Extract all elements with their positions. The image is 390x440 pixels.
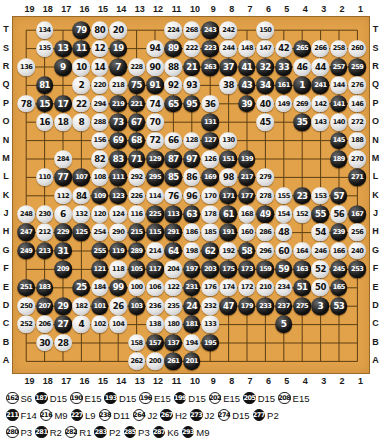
right-row-labels: TSRQPONMLKJHGFEDCBA: [370, 16, 382, 374]
stone-white-260-S1: 260: [348, 40, 366, 58]
board-point-N14: 69: [109, 131, 127, 149]
board-point-R5: 33: [274, 58, 292, 76]
stone-white-240-G1: 240: [348, 242, 366, 260]
board-point-F6: 159: [256, 260, 274, 278]
board-point-P6: 40: [256, 95, 274, 113]
board-point-N4: [293, 131, 311, 149]
board-point-B16: [72, 334, 90, 352]
stone-black-115-H12: 115: [146, 224, 164, 242]
stone-black-239-H2: 239: [330, 224, 348, 242]
stone-white-50-E3: 50: [312, 279, 330, 297]
stone-black-151-M8: 151: [220, 150, 238, 168]
stone-white-134-T18: 134: [36, 21, 54, 39]
stone-black-19-S14: 19: [109, 40, 127, 58]
stone-black-85-L11: 85: [165, 169, 183, 187]
go-kifu-diagram: 19181716151413121110987654321 TSRQPONMLK…: [0, 0, 390, 440]
board-point-F1: 253: [348, 260, 366, 278]
caption-line-3: 280P3281R2282R1283P2285P3287K6293M9: [6, 424, 388, 440]
stone-white-294-P15: 294: [91, 95, 109, 113]
board-point-F4: 163: [293, 260, 311, 278]
board-point-E17: [54, 278, 72, 296]
board-point-A9: [201, 352, 219, 370]
stone-white-164-G4: 164: [293, 242, 311, 260]
board-point-D11: 235: [164, 297, 182, 315]
stone-white-118-F14: 118: [109, 260, 127, 278]
caption-point-S6: S6: [21, 393, 33, 404]
board-point-Q12: 91: [146, 76, 164, 94]
board-point-N6: [256, 131, 274, 149]
stone-white-54-H3: 54: [312, 224, 330, 242]
board-point-K8: 171: [219, 187, 237, 205]
stone-white-72-N12: 72: [146, 132, 164, 150]
board-point-K2: 57: [330, 187, 348, 205]
board-point-O8: [219, 113, 237, 131]
stone-black-65-P11: 65: [165, 95, 183, 113]
stone-black-203-F9: 203: [201, 260, 219, 278]
row-label-R: R: [370, 57, 382, 75]
board-point-D16: 182: [72, 297, 90, 315]
stone-white-272-O1: 272: [348, 113, 366, 131]
stone-black-295-L12: 295: [146, 169, 164, 187]
stone-black-249-G19: 249: [17, 242, 35, 260]
board-point-M15: 82: [91, 150, 109, 168]
stone-white-10-R16: 10: [73, 58, 91, 76]
board-point-T10: 268: [183, 21, 201, 39]
board-point-M10: 97: [183, 150, 201, 168]
stone-black-62-G9: 62: [201, 242, 219, 260]
stone-black-163-F4: 163: [293, 260, 311, 278]
board-point-C15: 102: [91, 315, 109, 333]
board-point-F16: [72, 260, 90, 278]
board-point-G8: 192: [219, 242, 237, 260]
stone-white-185-H9: 185: [201, 224, 219, 242]
row-label-N: N: [370, 130, 382, 148]
caption-move-277: 277P2: [253, 409, 279, 422]
stone-white-278-K6: 278: [256, 187, 274, 205]
stone-white-236-D12: 236: [146, 297, 164, 315]
board-point-S3: 266: [311, 39, 329, 57]
stone-white-186-H10: 186: [183, 224, 201, 242]
row-label-N: N: [0, 130, 12, 148]
move-caption: 162S6187D15190E15193D15196E15199D15202E1…: [0, 388, 390, 440]
stone-black-111-L14: 111: [109, 169, 127, 187]
board-point-A12: 200: [146, 352, 164, 370]
stone-black-225-J12: 225: [146, 205, 164, 223]
board-point-H18: 212: [35, 223, 53, 241]
board-point-M19: [17, 150, 35, 168]
board-point-D1: [348, 297, 366, 315]
board-point-S15: 12: [91, 39, 109, 57]
board-point-B4: [293, 334, 311, 352]
board-point-D4: 275: [293, 297, 311, 315]
board-point-R1: 259: [348, 58, 366, 76]
stone-black-289-G13: 289: [128, 242, 146, 260]
board-point-J16: 132: [72, 205, 90, 223]
board-point-J17: 6: [54, 205, 72, 223]
board-point-E2: 165: [330, 278, 348, 296]
stone-white-106-E12: 106: [146, 279, 164, 297]
board-point-M17: 284: [54, 150, 72, 168]
board-point-M4: [293, 150, 311, 168]
stone-white-122-E11: 122: [165, 279, 183, 297]
stone-white-20-T14: 20: [109, 21, 127, 39]
stone-black-243-T9: 243: [201, 21, 219, 39]
caption-point-F14: F14: [21, 410, 37, 421]
board-point-T16: 79: [72, 21, 90, 39]
caption-stone-black-273: 273: [190, 409, 203, 422]
caption-point-E15: E15: [154, 393, 171, 404]
board-point-O1: 272: [348, 113, 366, 131]
column-label-16: 16: [75, 3, 93, 16]
board-point-O12: 70: [146, 113, 164, 131]
stone-black-123-K14: 123: [109, 187, 127, 205]
board-point-T8: 242: [219, 21, 237, 39]
stone-white-268-T10: 268: [183, 21, 201, 39]
row-label-E: E: [0, 277, 12, 295]
board-point-B11: 137: [164, 334, 182, 352]
board-point-A16: [72, 352, 90, 370]
stone-white-90-R12: 90: [146, 58, 164, 76]
board-point-G19: 249: [17, 242, 35, 260]
stone-white-46-R4: 46: [293, 58, 311, 76]
board-point-H1: 256: [348, 223, 366, 241]
stone-black-259-R1: 259: [348, 58, 366, 76]
caption-stone-white-274: 274: [218, 409, 231, 422]
stone-black-261-A11: 261: [165, 352, 183, 370]
column-label-13: 13: [131, 374, 149, 388]
stone-black-73-O14: 73: [109, 113, 127, 131]
board-point-E3: 50: [311, 278, 329, 296]
column-label-3: 3: [314, 374, 332, 388]
board-point-G15: 255: [91, 242, 109, 260]
stone-white-16-O18: 16: [36, 113, 54, 131]
column-label-4: 4: [296, 3, 314, 16]
stone-black-231-E10: 231: [183, 279, 201, 297]
stone-black-83-M14: 83: [109, 150, 127, 168]
row-label-J: J: [370, 204, 382, 222]
board-point-Q18: 81: [35, 76, 53, 94]
board-point-F12: 117: [146, 260, 164, 278]
board-point-H13: 215: [127, 223, 145, 241]
board-point-E14: 99: [109, 278, 127, 296]
column-label-8: 8: [222, 3, 240, 16]
board-point-N11: 66: [164, 131, 182, 149]
board-point-L3: [311, 168, 329, 186]
board-point-P7: 39: [238, 95, 256, 113]
caption-point-D15: D15: [119, 393, 136, 404]
caption-line-1: 162S6187D15190E15193D15196E15199D15202E1…: [6, 390, 388, 407]
board-point-L1: 271: [348, 168, 366, 186]
caption-stone-white-196: 196: [139, 392, 152, 405]
stone-black-131-O9: 131: [201, 113, 219, 131]
stone-black-81-Q18: 81: [36, 77, 54, 95]
stone-black-129-M12: 129: [146, 150, 164, 168]
board-point-A17: [54, 352, 72, 370]
board-point-M3: [311, 150, 329, 168]
stone-white-262-A13: 262: [128, 352, 146, 370]
column-label-9: 9: [204, 374, 222, 388]
caption-point-M9: M9: [196, 427, 209, 438]
board-point-K6: 278: [256, 187, 274, 205]
stone-white-66-N11: 66: [165, 132, 183, 150]
caption-stone-white-162: 162: [6, 392, 19, 405]
column-label-15: 15: [94, 3, 112, 16]
board-point-J2: 56: [330, 205, 348, 223]
stone-white-200-A12: 200: [146, 352, 164, 370]
caption-stone-white-280: 280: [6, 426, 19, 439]
caption-stone-black-277: 277: [253, 409, 266, 422]
board-point-F17: 209: [54, 260, 72, 278]
caption-move-280: 280P3: [6, 426, 32, 439]
board-point-L10: 86: [183, 168, 201, 186]
stone-black-257-R2: 257: [330, 58, 348, 76]
caption-move-238: 238D11: [99, 409, 130, 422]
board-point-H2: 239: [330, 223, 348, 241]
stone-white-82-M15: 82: [91, 150, 109, 168]
board-point-R17: 9: [54, 58, 72, 76]
column-label-12: 12: [149, 374, 167, 388]
stone-white-180-C11: 180: [165, 316, 183, 334]
stone-black-61-J8: 61: [220, 205, 238, 223]
board-point-R18: [35, 58, 53, 76]
column-label-14: 14: [112, 374, 130, 388]
board-point-K10: 96: [183, 187, 201, 205]
board-point-D10: 24: [183, 297, 201, 315]
stone-white-235-D11: 235: [165, 297, 183, 315]
board-point-D13: 103: [127, 297, 145, 315]
column-label-14: 14: [112, 3, 130, 16]
stone-black-87-M11: 87: [165, 150, 183, 168]
stone-white-296-G6: 296: [256, 242, 274, 260]
stone-black-57-K2: 57: [330, 187, 348, 205]
caption-stone-white-238: 238: [99, 409, 112, 422]
board-point-S18: 135: [35, 39, 53, 57]
stone-white-152-J4: 152: [293, 205, 311, 223]
board-point-F9: 203: [201, 260, 219, 278]
stone-white-104-C14: 104: [109, 316, 127, 334]
board-point-E6: 210: [256, 278, 274, 296]
stone-white-182-D16: 182: [73, 297, 91, 315]
board-point-R11: 88: [164, 58, 182, 76]
stone-white-154-J5: 154: [275, 205, 293, 223]
stone-white-184-E15: 184: [91, 279, 109, 297]
stone-white-192-G8: 192: [220, 242, 238, 260]
board-point-D7: 179: [238, 297, 256, 315]
caption-move-287: 287K6: [153, 426, 179, 439]
column-label-7: 7: [241, 3, 259, 16]
stone-black-255-G15: 255: [91, 242, 109, 260]
column-label-8: 8: [222, 374, 240, 388]
stone-black-125-H16: 125: [73, 224, 91, 242]
board-point-B10: 194: [183, 334, 201, 352]
board-point-C6: [256, 315, 274, 333]
board-point-M7: 139: [238, 150, 256, 168]
stone-black-191-H8: 191: [220, 224, 238, 242]
row-label-P: P: [370, 94, 382, 112]
stone-white-288-O15: 288: [91, 113, 109, 131]
stone-black-197-F10: 197: [183, 260, 201, 278]
stone-black-189-M2: 189: [330, 150, 348, 168]
stone-white-52-F3: 52: [312, 260, 330, 278]
stone-white-160-H7: 160: [238, 224, 256, 242]
board-point-O17: 18: [54, 113, 72, 131]
board-point-J15: 120: [91, 205, 109, 223]
stone-black-105-F13: 105: [128, 260, 146, 278]
stone-white-212-H18: 212: [36, 224, 54, 242]
board-point-A19: [17, 352, 35, 370]
caption-move-216: 216M9: [40, 409, 68, 422]
board-point-F2: 245: [330, 260, 348, 278]
board-point-R12: 90: [146, 58, 164, 76]
board-point-T19: [17, 21, 35, 39]
board-point-R9: 263: [201, 58, 219, 76]
stone-black-31-G17: 31: [54, 242, 72, 260]
board-point-R3: 44: [311, 58, 329, 76]
stone-black-68-N13: 68: [128, 132, 146, 150]
stone-black-221-P13: 221: [128, 95, 146, 113]
caption-point-H2: H2: [175, 410, 187, 421]
stone-black-95-P10: 95: [183, 95, 201, 113]
bottom-coordinates: 19181716151413121110987654321: [20, 374, 370, 388]
board-point-C8: [219, 315, 237, 333]
stone-white-168-J7: 168: [238, 205, 256, 223]
board-point-S7: 148: [238, 39, 256, 57]
column-label-6: 6: [259, 374, 277, 388]
board-point-T15: 80: [91, 21, 109, 39]
stone-white-30-B18: 30: [36, 334, 54, 352]
board-point-N7: [238, 131, 256, 149]
board-point-Q3: 241: [311, 76, 329, 94]
board-point-O19: [17, 113, 35, 131]
stone-white-36-P9: 36: [201, 95, 219, 113]
column-label-17: 17: [57, 3, 75, 16]
column-label-2: 2: [333, 374, 351, 388]
row-label-Q: Q: [0, 75, 12, 93]
stone-black-247-H19: 247: [17, 224, 35, 242]
stone-black-271-L1: 271: [348, 169, 366, 187]
stone-white-143-O3: 143: [312, 113, 330, 131]
column-label-18: 18: [39, 3, 57, 16]
board-point-G1: 240: [348, 242, 366, 260]
stone-black-71-M13: 71: [128, 150, 146, 168]
stone-white-292-L13: 292: [128, 169, 146, 187]
board-point-M1: 270: [348, 150, 366, 168]
row-label-R: R: [0, 57, 12, 75]
board-point-P18: 15: [35, 95, 53, 113]
board-point-L15: 108: [91, 168, 109, 186]
board-point-F10: 197: [183, 260, 201, 278]
board-point-F18: [35, 260, 53, 278]
board-point-P17: 17: [54, 95, 72, 113]
stone-white-178-J9: 178: [201, 205, 219, 223]
board-point-P11: 65: [164, 95, 182, 113]
stone-white-250-D19: 250: [17, 297, 35, 315]
caption-move-208: 208E15: [278, 392, 309, 405]
caption-move-267: 267H2: [160, 409, 187, 422]
stone-white-42-S5: 42: [275, 40, 293, 58]
board-point-D19: 250: [17, 297, 35, 315]
board-point-C11: 180: [164, 315, 182, 333]
board-point-P16: 22: [72, 95, 90, 113]
board-point-M5: [274, 150, 292, 168]
board-point-Q6: 34: [256, 76, 274, 94]
caption-move-293: 293M9: [182, 426, 210, 439]
board-point-E12: 106: [146, 278, 164, 296]
stone-black-181-C10: 181: [183, 316, 201, 334]
column-label-1: 1: [351, 374, 369, 388]
caption-move-281: 281R2: [35, 426, 62, 439]
caption-point-D11: D11: [113, 410, 130, 421]
stone-black-179-D7: 179: [238, 297, 256, 315]
stone-white-80-T15: 80: [91, 21, 109, 39]
board-point-K14: 123: [109, 187, 127, 205]
caption-point-P3: P3: [21, 427, 33, 438]
board-point-G13: 289: [127, 242, 145, 260]
stone-black-137-B11: 137: [165, 334, 183, 352]
board-point-C7: [238, 315, 256, 333]
row-label-B: B: [0, 333, 12, 351]
board-point-R4: 46: [293, 58, 311, 76]
board-point-B1: [348, 334, 366, 352]
stone-white-172-E7: 172: [238, 279, 256, 297]
board-point-G11: 64: [164, 242, 182, 260]
column-label-10: 10: [186, 3, 204, 16]
caption-line-2: 211F14216M9227L9238D11264J2267H2273J2274…: [6, 407, 388, 424]
board-point-P14: 219: [109, 95, 127, 113]
board-point-Q13: 75: [127, 76, 145, 94]
stone-black-103-D13: 103: [128, 297, 146, 315]
stone-white-222-S10: 222: [183, 40, 201, 58]
board-point-O11: [164, 113, 182, 131]
stone-white-224-T11: 224: [165, 21, 183, 39]
stone-black-117-F12: 117: [146, 260, 164, 278]
column-label-18: 18: [39, 374, 57, 388]
board-point-J13: 116: [127, 205, 145, 223]
board-point-M14: 83: [109, 150, 127, 168]
row-label-L: L: [370, 167, 382, 185]
board-point-P8: [219, 95, 237, 113]
board-point-G18: 213: [35, 242, 53, 260]
board-point-B9: 195: [201, 334, 219, 352]
board-point-R19: 136: [17, 58, 35, 76]
stone-white-174-E8: 174: [220, 279, 238, 297]
stone-white-132-J16: 132: [73, 205, 91, 223]
stone-white-112-K17: 112: [54, 187, 72, 205]
stone-white-12-S15: 12: [91, 40, 109, 58]
stone-black-217-L7: 217: [238, 169, 256, 187]
board-point-F7: 173: [238, 260, 256, 278]
row-label-M: M: [0, 149, 12, 167]
stone-white-149-P5: 149: [275, 95, 293, 113]
stone-black-33-R5: 33: [275, 58, 293, 76]
stone-white-88-R11: 88: [165, 58, 183, 76]
board-point-H5: 48: [274, 223, 292, 241]
board-point-H6: 286: [256, 223, 274, 241]
caption-stone-black-283: 283: [94, 426, 107, 439]
board-point-O15: 288: [91, 113, 109, 131]
stone-white-284-M17: 284: [54, 150, 72, 168]
stone-black-47-D8: 47: [220, 297, 238, 315]
board-point-J3: 55: [311, 205, 329, 223]
caption-point-E15: E15: [223, 393, 240, 404]
row-label-K: K: [0, 186, 12, 204]
board-point-F5: 59: [274, 260, 292, 278]
board-point-L17: 77: [54, 168, 72, 186]
stone-white-147-S6: 147: [256, 40, 274, 58]
column-label-13: 13: [131, 3, 149, 16]
board-point-E11: 122: [164, 278, 182, 296]
board-point-H9: 185: [201, 223, 219, 241]
